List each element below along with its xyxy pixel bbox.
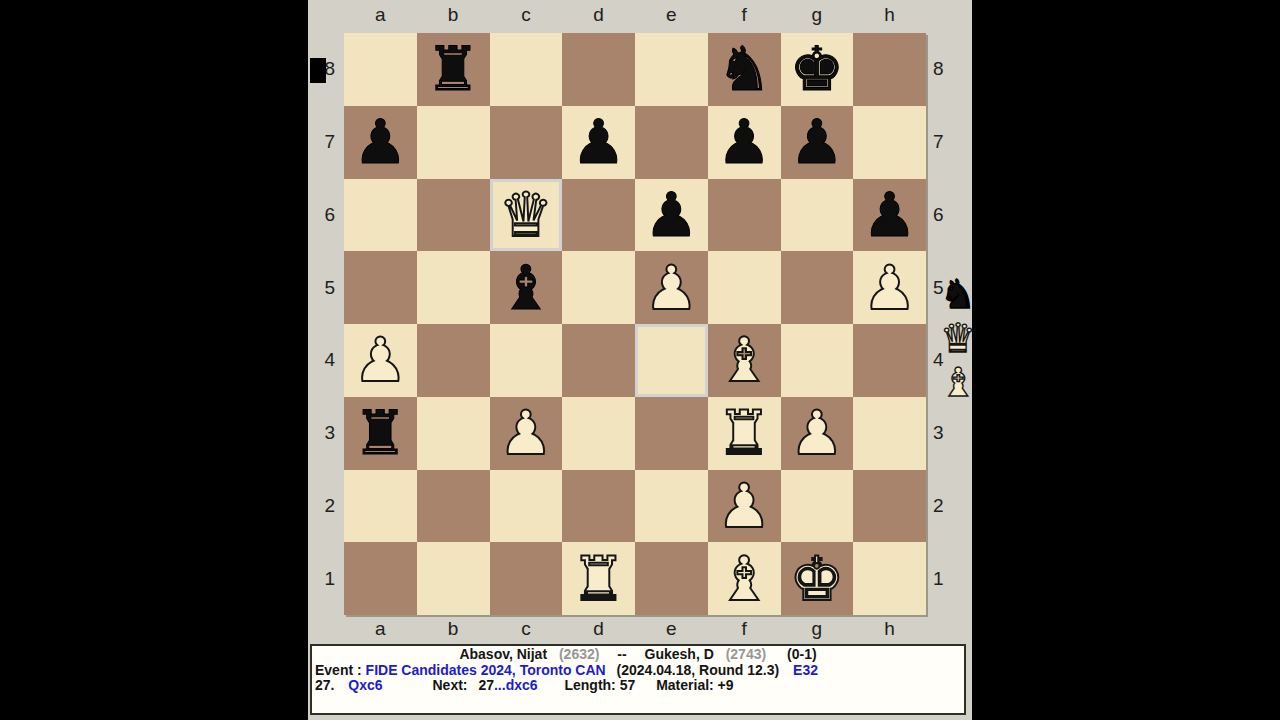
players-line: Abasov, Nijat (2632) -- Gukesh, D (2743)… (312, 647, 964, 663)
square-g6[interactable] (781, 179, 854, 252)
square-g2[interactable] (781, 470, 854, 543)
piece-white-rook-d1: ♜ (571, 543, 626, 615)
rank-label-left-6: 6 (308, 179, 341, 252)
square-b2[interactable] (417, 470, 490, 543)
material-text: Material: +9 (656, 677, 733, 693)
square-d2[interactable] (562, 470, 635, 543)
piece-black-rook-a3: ♜ (353, 397, 408, 469)
square-e5[interactable]: ♟ (635, 251, 708, 324)
piece-black-king-g8: ♚ (790, 33, 845, 105)
square-f1[interactable]: ♝ (708, 542, 781, 615)
black-player-name: Gukesh, D (645, 646, 714, 662)
current-move-number: 27. (315, 677, 334, 693)
file-label-top-b: b (417, 4, 490, 26)
piece-black-bishop-c5: ♝ (499, 252, 554, 324)
square-c8[interactable] (490, 33, 563, 106)
square-h2[interactable] (853, 470, 926, 543)
piece-white-queen-c6: ♛ (499, 179, 554, 251)
square-f6[interactable] (708, 179, 781, 252)
square-a4[interactable]: ♟ (344, 324, 417, 397)
rank-label-right-6: 6 (929, 179, 953, 252)
file-label-bottom-g: g (781, 618, 854, 640)
square-h6[interactable]: ♟ (853, 179, 926, 252)
rank-label-left-2: 2 (308, 470, 341, 543)
square-h1[interactable] (853, 542, 926, 615)
square-d8[interactable] (562, 33, 635, 106)
next-move-number: 27 (478, 677, 494, 693)
file-label-top-g: g (781, 4, 854, 26)
next-label: Next: (433, 677, 468, 693)
file-label-bottom-d: d (562, 618, 635, 640)
square-c4[interactable] (490, 324, 563, 397)
square-g3[interactable]: ♟ (781, 397, 854, 470)
rank-label-left-7: 7 (308, 106, 341, 179)
square-b5[interactable] (417, 251, 490, 324)
file-label-bottom-e: e (635, 618, 708, 640)
file-label-top-c: c (490, 4, 563, 26)
next-move-link[interactable]: ...dxc6 (494, 677, 538, 693)
piece-white-king-g1: ♚ (790, 543, 845, 615)
square-c2[interactable] (490, 470, 563, 543)
square-b8[interactable]: ♜ (417, 33, 490, 106)
square-f5[interactable] (708, 251, 781, 324)
square-c3[interactable]: ♟ (490, 397, 563, 470)
square-f2[interactable]: ♟ (708, 470, 781, 543)
piece-white-bishop-f4: ♝ (717, 324, 772, 396)
square-a2[interactable] (344, 470, 417, 543)
square-d4[interactable] (562, 324, 635, 397)
square-c7[interactable] (490, 106, 563, 179)
rank-label-right-2: 2 (929, 470, 953, 543)
piece-black-pawn-e6: ♟ (644, 179, 699, 251)
event-label: Event : (315, 662, 362, 678)
piece-white-pawn-g3: ♟ (790, 397, 845, 469)
piece-black-rook-b8: ♜ (426, 33, 481, 105)
rank-label-left-4: 4 (308, 324, 341, 397)
event-line: Event : FIDE Candidates 2024, Toronto CA… (312, 663, 964, 679)
piece-black-pawn-d7: ♟ (571, 106, 626, 178)
event-name-link[interactable]: FIDE Candidates 2024, Toronto CAN (366, 662, 606, 678)
square-a1[interactable] (344, 542, 417, 615)
square-e8[interactable] (635, 33, 708, 106)
square-g1[interactable]: ♚ (781, 542, 854, 615)
file-label-top-a: a (344, 4, 417, 26)
rank-label-right-1: 1 (929, 542, 953, 615)
square-h5[interactable]: ♟ (853, 251, 926, 324)
square-d5[interactable] (562, 251, 635, 324)
white-player-rating: (2632) (559, 646, 599, 662)
square-d6[interactable] (562, 179, 635, 252)
square-e3[interactable] (635, 397, 708, 470)
file-label-top-f: f (708, 4, 781, 26)
piece-black-pawn-a7: ♟ (353, 106, 408, 178)
moves-line: 27. Qxc6 Next: 27...dxc6 Length: 57 Mate… (312, 678, 964, 694)
piece-white-pawn-a4: ♟ (353, 324, 408, 396)
material-tray: ♞♛♝ (934, 272, 982, 404)
side-to-move-indicator (310, 58, 326, 83)
square-a6[interactable] (344, 179, 417, 252)
file-labels-top: abcdefgh (344, 4, 926, 26)
eco-code-link[interactable]: E32 (793, 662, 818, 678)
square-g4[interactable] (781, 324, 854, 397)
square-h3[interactable] (853, 397, 926, 470)
square-d1[interactable]: ♜ (562, 542, 635, 615)
square-h8[interactable] (853, 33, 926, 106)
game-caption-panel: Abasov, Nijat (2632) -- Gukesh, D (2743)… (310, 644, 966, 715)
square-a7[interactable]: ♟ (344, 106, 417, 179)
square-a8[interactable] (344, 33, 417, 106)
chess-board[interactable]: ♜♞♚♟♟♟♟♛♟♟♝♟♟♟♝♜♟♜♟♟♜♝♚ (344, 33, 926, 615)
piece-black-knight-f8: ♞ (717, 33, 772, 105)
white-player-name: Abasov, Nijat (459, 646, 547, 662)
rank-label-left-5: 5 (308, 251, 341, 324)
piece-white-bishop-f1: ♝ (717, 543, 772, 615)
square-b6[interactable] (417, 179, 490, 252)
tray-piece-white-queen: ♛ (934, 316, 982, 360)
square-e2[interactable] (635, 470, 708, 543)
game-result: (0-1) (787, 646, 817, 662)
viewer-panel: abcdefgh abcdefgh 87654321 87654321 ♜♞♚♟… (308, 0, 972, 720)
square-e7[interactable] (635, 106, 708, 179)
square-b4[interactable] (417, 324, 490, 397)
rank-label-left-1: 1 (308, 542, 341, 615)
length-text: Length: 57 (564, 677, 635, 693)
square-b1[interactable] (417, 542, 490, 615)
square-e4[interactable] (635, 324, 708, 397)
square-f4[interactable]: ♝ (708, 324, 781, 397)
file-label-top-h: h (853, 4, 926, 26)
piece-black-pawn-g7: ♟ (790, 106, 845, 178)
piece-white-pawn-f2: ♟ (717, 470, 772, 542)
rank-labels-left: 87654321 (308, 33, 341, 615)
square-e1[interactable] (635, 542, 708, 615)
event-details: (2024.04.18, Round 12.3) (617, 662, 780, 678)
square-f3[interactable]: ♜ (708, 397, 781, 470)
file-label-bottom-c: c (490, 618, 563, 640)
square-e6[interactable]: ♟ (635, 179, 708, 252)
piece-white-pawn-h5: ♟ (862, 252, 917, 324)
square-g5[interactable] (781, 251, 854, 324)
file-labels-bottom: abcdefgh (344, 618, 926, 640)
file-label-bottom-b: b (417, 618, 490, 640)
square-g7[interactable]: ♟ (781, 106, 854, 179)
square-a3[interactable]: ♜ (344, 397, 417, 470)
square-c1[interactable] (490, 542, 563, 615)
piece-white-rook-f3: ♜ (717, 397, 772, 469)
black-player-rating: (2743) (726, 646, 766, 662)
file-label-top-e: e (635, 4, 708, 26)
square-c5[interactable]: ♝ (490, 251, 563, 324)
square-a5[interactable] (344, 251, 417, 324)
square-b7[interactable] (417, 106, 490, 179)
file-label-bottom-h: h (853, 618, 926, 640)
square-f7[interactable]: ♟ (708, 106, 781, 179)
piece-black-pawn-h6: ♟ (862, 179, 917, 251)
piece-black-pawn-f7: ♟ (717, 106, 772, 178)
square-c6[interactable]: ♛ (490, 179, 563, 252)
piece-white-pawn-e5: ♟ (644, 252, 699, 324)
file-label-bottom-f: f (708, 618, 781, 640)
file-label-top-d: d (562, 4, 635, 26)
file-label-bottom-a: a (344, 618, 417, 640)
piece-white-pawn-c3: ♟ (499, 397, 554, 469)
tray-piece-black-knight: ♞ (934, 272, 982, 316)
square-g8[interactable]: ♚ (781, 33, 854, 106)
square-d3[interactable] (562, 397, 635, 470)
square-h4[interactable] (853, 324, 926, 397)
rank-label-right-8: 8 (929, 33, 953, 106)
rank-label-left-3: 3 (308, 397, 341, 470)
players-separator: -- (617, 647, 626, 663)
current-move-link[interactable]: Qxc6 (348, 677, 382, 693)
square-b3[interactable] (417, 397, 490, 470)
rank-label-right-7: 7 (929, 106, 953, 179)
square-f8[interactable]: ♞ (708, 33, 781, 106)
square-h7[interactable] (853, 106, 926, 179)
tray-piece-white-bishop: ♝ (934, 360, 982, 404)
square-d7[interactable]: ♟ (562, 106, 635, 179)
rank-label-right-3: 3 (929, 397, 953, 470)
